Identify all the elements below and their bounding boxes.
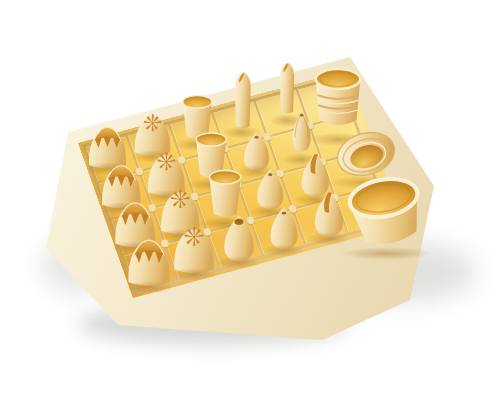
product-photo-stage <box>0 0 500 400</box>
